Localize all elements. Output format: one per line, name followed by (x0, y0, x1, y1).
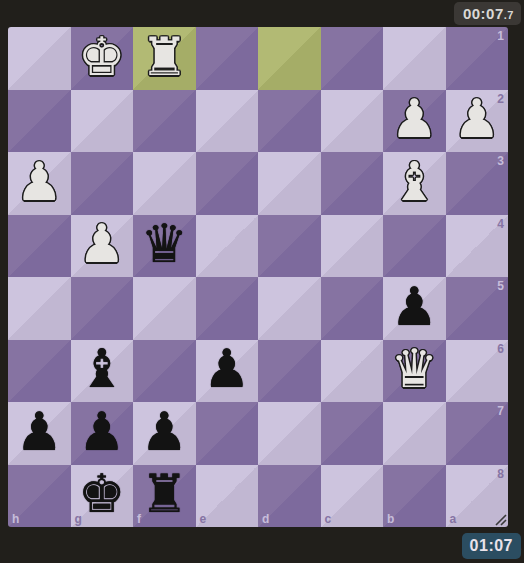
white-pawn-a2[interactable]: ♟ (453, 92, 501, 145)
square-d5[interactable] (258, 277, 321, 340)
square-g4[interactable]: ♟ (71, 215, 134, 278)
square-b3[interactable]: ♝ (383, 152, 446, 215)
game-page: 00:07.7 ♚♜1♟♟2♟♝3♟♛4♟5♝♟♛6♟♟♟7h♚g♜fedcb8… (0, 0, 524, 563)
bottom-bar: ♟ +1 01:07 (0, 527, 524, 563)
square-b1[interactable] (383, 27, 446, 90)
square-a4[interactable]: 4 (446, 215, 509, 278)
square-b4[interactable] (383, 215, 446, 278)
square-f5[interactable] (133, 277, 196, 340)
file-label-b: b (387, 513, 394, 525)
rank-label-6: 6 (497, 343, 504, 355)
square-h2[interactable] (8, 90, 71, 153)
square-b5[interactable]: ♟ (383, 277, 446, 340)
black-pawn-e6[interactable]: ♟ (203, 342, 251, 395)
square-b6[interactable]: ♛ (383, 340, 446, 403)
rank-label-2: 2 (497, 93, 504, 105)
white-pawn-b2[interactable]: ♟ (390, 92, 438, 145)
square-h4[interactable] (8, 215, 71, 278)
square-c3[interactable] (321, 152, 384, 215)
rank-label-5: 5 (497, 280, 504, 292)
square-g3[interactable] (71, 152, 134, 215)
square-g7[interactable]: ♟ (71, 402, 134, 465)
square-f7[interactable]: ♟ (133, 402, 196, 465)
square-e7[interactable] (196, 402, 259, 465)
black-king-g8[interactable]: ♚ (78, 467, 126, 520)
file-label-h: h (12, 513, 19, 525)
black-pawn-f7[interactable]: ♟ (140, 405, 188, 458)
square-h6[interactable] (8, 340, 71, 403)
square-f1[interactable]: ♜ (133, 27, 196, 90)
square-c7[interactable] (321, 402, 384, 465)
square-a6[interactable]: 6 (446, 340, 509, 403)
square-h3[interactable]: ♟ (8, 152, 71, 215)
square-f2[interactable] (133, 90, 196, 153)
black-bishop-g6[interactable]: ♝ (78, 342, 126, 395)
square-f4[interactable]: ♛ (133, 215, 196, 278)
square-f6[interactable] (133, 340, 196, 403)
rank-label-4: 4 (497, 218, 504, 230)
square-c6[interactable] (321, 340, 384, 403)
square-a7[interactable]: 7 (446, 402, 509, 465)
square-h8[interactable]: h (8, 465, 71, 528)
file-label-c: c (325, 513, 332, 525)
square-d6[interactable] (258, 340, 321, 403)
square-d8[interactable]: d (258, 465, 321, 528)
file-label-e: e (200, 513, 207, 525)
square-h7[interactable]: ♟ (8, 402, 71, 465)
square-g8[interactable]: ♚g (71, 465, 134, 528)
file-label-f: f (137, 513, 141, 525)
rank-label-3: 3 (497, 155, 504, 167)
square-a3[interactable]: 3 (446, 152, 509, 215)
clock-white-tenths: .7 (504, 9, 514, 21)
square-d2[interactable] (258, 90, 321, 153)
square-f8[interactable]: ♜f (133, 465, 196, 528)
clock-black: 01:07 (462, 533, 521, 559)
file-label-a: a (450, 513, 457, 525)
square-c2[interactable] (321, 90, 384, 153)
square-e5[interactable] (196, 277, 259, 340)
black-rook-f8[interactable]: ♜ (140, 467, 188, 520)
white-rook-f1[interactable]: ♜ (140, 30, 188, 83)
white-bishop-b3[interactable]: ♝ (390, 155, 438, 208)
clock-black-time: 01:07 (470, 537, 513, 554)
white-pawn-g4[interactable]: ♟ (78, 217, 126, 270)
square-a2[interactable]: ♟2 (446, 90, 509, 153)
square-c8[interactable]: c (321, 465, 384, 528)
square-e1[interactable] (196, 27, 259, 90)
black-pawn-g7[interactable]: ♟ (78, 405, 126, 458)
square-b8[interactable]: b (383, 465, 446, 528)
square-c1[interactable] (321, 27, 384, 90)
square-f3[interactable] (133, 152, 196, 215)
square-a5[interactable]: 5 (446, 277, 509, 340)
file-label-d: d (262, 513, 269, 525)
square-h1[interactable] (8, 27, 71, 90)
rank-label-7: 7 (497, 405, 504, 417)
square-g1[interactable]: ♚ (71, 27, 134, 90)
square-d1[interactable] (258, 27, 321, 90)
square-g2[interactable] (71, 90, 134, 153)
square-g5[interactable] (71, 277, 134, 340)
square-d3[interactable] (258, 152, 321, 215)
square-e4[interactable] (196, 215, 259, 278)
square-b7[interactable] (383, 402, 446, 465)
rank-label-1: 1 (497, 30, 504, 42)
file-label-g: g (75, 513, 82, 525)
square-d7[interactable] (258, 402, 321, 465)
square-c5[interactable] (321, 277, 384, 340)
square-g6[interactable]: ♝ (71, 340, 134, 403)
white-king-g1[interactable]: ♚ (78, 30, 126, 83)
square-b2[interactable]: ♟ (383, 90, 446, 153)
square-e3[interactable] (196, 152, 259, 215)
square-e2[interactable] (196, 90, 259, 153)
clock-white: 00:07.7 (454, 2, 521, 25)
square-e8[interactable]: e (196, 465, 259, 528)
clock-white-time: 00:07 (463, 5, 504, 22)
square-d4[interactable] (258, 215, 321, 278)
black-pawn-h7[interactable]: ♟ (15, 405, 63, 458)
white-queen-b6[interactable]: ♛ (390, 342, 438, 395)
square-c4[interactable] (321, 215, 384, 278)
square-e6[interactable]: ♟ (196, 340, 259, 403)
square-a1[interactable]: 1 (446, 27, 509, 90)
black-pawn-b5[interactable]: ♟ (390, 280, 438, 333)
rank-label-8: 8 (497, 468, 504, 480)
white-pawn-h3[interactable]: ♟ (15, 155, 63, 208)
square-h5[interactable] (8, 277, 71, 340)
chess-board[interactable]: ♚♜1♟♟2♟♝3♟♛4♟5♝♟♛6♟♟♟7h♚g♜fedcb8a (8, 27, 508, 527)
board-resize-icon[interactable] (493, 512, 507, 526)
top-bar: 00:07.7 (0, 0, 524, 27)
black-queen-f4[interactable]: ♛ (140, 217, 188, 270)
